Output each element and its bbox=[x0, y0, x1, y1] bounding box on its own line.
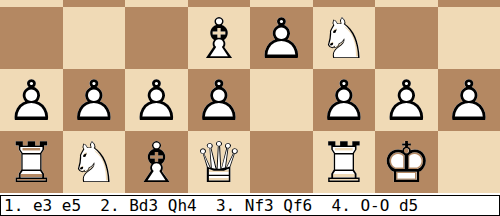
square-g2[interactable]: ♟♙ bbox=[375, 69, 438, 131]
piece-white-pawn-c2[interactable]: ♟♙ bbox=[125, 69, 188, 131]
white-king-glyph-outline: ♔ bbox=[375, 131, 438, 193]
white-pawn-glyph-outline: ♙ bbox=[125, 69, 188, 131]
square-a2[interactable]: ♟♙ bbox=[0, 69, 63, 131]
square-h1[interactable] bbox=[438, 131, 500, 193]
square-c3[interactable] bbox=[125, 7, 188, 69]
square-b1[interactable]: ♞♘ bbox=[63, 131, 126, 193]
square-d1[interactable]: ♛♕ bbox=[188, 131, 251, 193]
piece-white-bishop-d3[interactable]: ♝♗ bbox=[188, 7, 251, 69]
square-d3[interactable]: ♝♗ bbox=[188, 7, 251, 69]
square-e1[interactable] bbox=[250, 131, 313, 193]
square-c4[interactable] bbox=[125, 0, 188, 7]
white-bishop-glyph-outline: ♗ bbox=[125, 131, 188, 193]
square-h2[interactable]: ♟♙ bbox=[438, 69, 500, 131]
piece-white-knight-f3[interactable]: ♞♘ bbox=[313, 7, 376, 69]
square-a1[interactable]: ♜♖ bbox=[0, 131, 63, 193]
white-pawn-glyph-outline: ♙ bbox=[313, 69, 376, 131]
piece-white-rook-f1[interactable]: ♜♖ bbox=[313, 131, 376, 193]
square-g4[interactable] bbox=[375, 0, 438, 7]
white-bishop-glyph-outline: ♗ bbox=[188, 7, 251, 69]
square-d2[interactable]: ♟♙ bbox=[188, 69, 251, 131]
white-pawn-glyph-outline: ♙ bbox=[63, 69, 126, 131]
white-pawn-glyph-outline: ♙ bbox=[0, 69, 63, 131]
piece-white-rook-a1[interactable]: ♜♖ bbox=[0, 131, 63, 193]
square-e3[interactable]: ♟♙ bbox=[250, 7, 313, 69]
square-a4[interactable] bbox=[0, 0, 63, 7]
square-h4[interactable] bbox=[438, 0, 500, 7]
white-pawn-glyph-outline: ♙ bbox=[438, 69, 500, 131]
square-b2[interactable]: ♟♙ bbox=[63, 69, 126, 131]
square-f1[interactable]: ♜♖ bbox=[313, 131, 376, 193]
square-f3[interactable]: ♞♘ bbox=[313, 7, 376, 69]
move-list-text: 1. e3 e5 2. Bd3 Qh4 3. Nf3 Qf6 4. O-O d5 bbox=[4, 196, 418, 215]
piece-white-pawn-d2[interactable]: ♟♙ bbox=[188, 69, 251, 131]
piece-white-knight-b1[interactable]: ♞♘ bbox=[63, 131, 126, 193]
piece-white-pawn-e3[interactable]: ♟♙ bbox=[250, 7, 313, 69]
chess-board: ♝♗♟♙♞♘♟♙♟♙♟♙♟♙♟♙♟♙♟♙♜♖♞♘♝♗♛♕♜♖♚♔ bbox=[0, 0, 500, 193]
square-g1[interactable]: ♚♔ bbox=[375, 131, 438, 193]
square-h3[interactable] bbox=[438, 7, 500, 69]
piece-white-pawn-f2[interactable]: ♟♙ bbox=[313, 69, 376, 131]
piece-white-pawn-b2[interactable]: ♟♙ bbox=[63, 69, 126, 131]
white-rook-glyph-outline: ♖ bbox=[313, 131, 376, 193]
white-rook-glyph-outline: ♖ bbox=[0, 131, 63, 193]
piece-white-bishop-c1[interactable]: ♝♗ bbox=[125, 131, 188, 193]
square-c1[interactable]: ♝♗ bbox=[125, 131, 188, 193]
piece-white-pawn-g2[interactable]: ♟♙ bbox=[375, 69, 438, 131]
square-b4[interactable] bbox=[63, 0, 126, 7]
white-queen-glyph-outline: ♕ bbox=[188, 131, 251, 193]
white-knight-glyph-outline: ♘ bbox=[63, 131, 126, 193]
white-pawn-glyph-outline: ♙ bbox=[250, 7, 313, 69]
square-e2[interactable] bbox=[250, 69, 313, 131]
square-b3[interactable] bbox=[63, 7, 126, 69]
move-list-bar: 1. e3 e5 2. Bd3 Qh4 3. Nf3 Qf6 4. O-O d5 bbox=[0, 195, 500, 216]
white-pawn-glyph-outline: ♙ bbox=[375, 69, 438, 131]
white-pawn-glyph-outline: ♙ bbox=[188, 69, 251, 131]
white-knight-glyph-outline: ♘ bbox=[313, 7, 376, 69]
piece-white-queen-d1[interactable]: ♛♕ bbox=[188, 131, 251, 193]
square-g3[interactable] bbox=[375, 7, 438, 69]
square-f2[interactable]: ♟♙ bbox=[313, 69, 376, 131]
square-c2[interactable]: ♟♙ bbox=[125, 69, 188, 131]
piece-white-pawn-h2[interactable]: ♟♙ bbox=[438, 69, 500, 131]
piece-white-king-g1[interactable]: ♚♔ bbox=[375, 131, 438, 193]
chess-viewer: ♝♗♟♙♞♘♟♙♟♙♟♙♟♙♟♙♟♙♟♙♜♖♞♘♝♗♛♕♜♖♚♔ 1. e3 e… bbox=[0, 0, 500, 216]
piece-white-pawn-a2[interactable]: ♟♙ bbox=[0, 69, 63, 131]
square-a3[interactable] bbox=[0, 7, 63, 69]
